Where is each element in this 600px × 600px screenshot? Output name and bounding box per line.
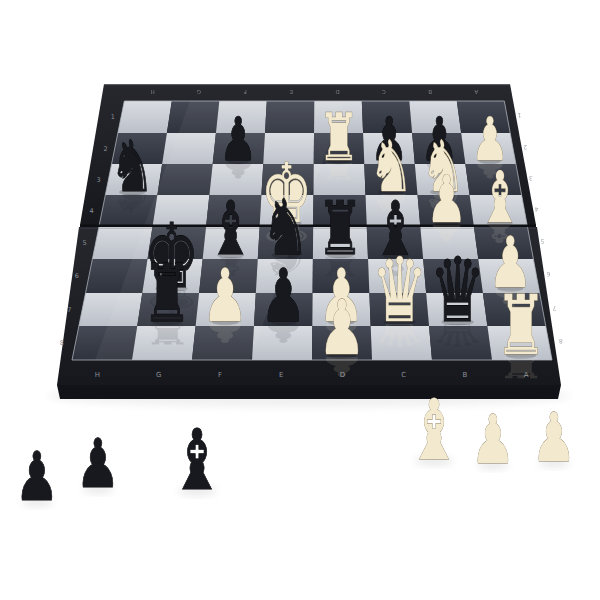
svg-text:♟: ♟ [532, 398, 577, 476]
file-label-near-E: E [279, 371, 283, 379]
rank-label-left-4: 4 [90, 207, 94, 215]
svg-text:♞: ♞ [110, 125, 155, 207]
black-pawn-f2: ♟♟ [219, 104, 257, 182]
file-label-far-E: E [289, 89, 293, 95]
svg-text:♟: ♟ [76, 424, 121, 502]
file-label-far-B: B [428, 89, 432, 95]
file-label-far-D: D [335, 89, 339, 95]
white-pawn-b4: ♟♟ [426, 161, 467, 246]
svg-text:♝: ♝ [169, 412, 225, 509]
board-front-edge [57, 385, 561, 399]
file-label-near-C: C [401, 371, 406, 379]
black-queen-b7: ♛♛ [429, 238, 485, 352]
svg-text:♟: ♟ [426, 161, 467, 236]
off-board-white-pawn: ♟ [471, 400, 516, 478]
white-pawn-f7: ♟♟ [202, 252, 248, 347]
white-queen-c7: ♛♛ [371, 238, 427, 352]
file-label-far-A: A [474, 89, 478, 95]
rank-label-right-4: 4 [534, 206, 538, 213]
rank-label-right-8: 8 [559, 338, 563, 345]
rank-label-right-3: 3 [529, 175, 533, 182]
file-label-far-H: H [151, 89, 155, 95]
svg-text:♜: ♜ [142, 246, 192, 339]
rank-label-right-5: 5 [540, 238, 544, 245]
rank-label-right-1: 1 [517, 112, 521, 119]
off-board-black-pawn: ♟ [15, 437, 60, 515]
svg-text:♟: ♟ [260, 252, 306, 338]
svg-text:♟: ♟ [15, 437, 60, 515]
file-label-near-F: F [218, 371, 222, 379]
rank-label-left-8: 8 [60, 339, 64, 347]
file-label-far-F: F [244, 89, 247, 95]
file-label-far-C: C [382, 89, 386, 95]
svg-text:♟: ♟ [318, 283, 366, 371]
svg-text:♟: ♟ [219, 104, 257, 173]
off-board-black-bishop: ♝ [169, 412, 225, 509]
rank-label-left-1: 1 [111, 113, 115, 121]
product-photo-chess-set: HGFEDCBA12345678HGFEDCBA12345678♟♟♟♟♟♟♜♜… [0, 0, 600, 600]
off-board-white-pawn: ♟ [532, 398, 577, 476]
svg-text:♜: ♜ [495, 278, 547, 374]
rank-label-right-2: 2 [523, 144, 527, 151]
rank-label-left-5: 5 [82, 239, 86, 247]
rank-label-left-6: 6 [75, 272, 79, 280]
svg-text:♜: ♜ [318, 99, 359, 174]
file-label-near-H: H [95, 371, 100, 379]
off-board-white-bishop: ♝ [406, 382, 462, 479]
white-pawn-d8: ♟♟ [318, 283, 366, 381]
off-board-black-pawn: ♟ [76, 424, 121, 502]
file-label-far-G: G [197, 89, 201, 95]
chess-board: HGFEDCBA12345678HGFEDCBA12345678♟♟♟♟♟♟♜♜… [0, 0, 600, 600]
rank-label-right-7: 7 [553, 305, 557, 312]
black-pawn-e7: ♟♟ [260, 252, 306, 347]
rank-label-left-2: 2 [104, 145, 108, 153]
file-label-near-G: G [156, 371, 161, 379]
svg-text:♝: ♝ [406, 382, 462, 479]
svg-text:♛: ♛ [429, 238, 485, 341]
file-label-near-B: B [462, 371, 467, 379]
black-rook-g7: ♜♜ [142, 246, 192, 349]
svg-text:♛: ♛ [371, 238, 427, 341]
rank-label-left-3: 3 [97, 176, 101, 184]
svg-text:♟: ♟ [202, 252, 248, 338]
white-rook-d2: ♜♜ [318, 99, 359, 184]
svg-text:♟: ♟ [471, 400, 516, 478]
rank-label-left-7: 7 [67, 306, 71, 314]
black-knight-h3: ♞♞ [110, 125, 155, 217]
white-rook-a8: ♜♜ [495, 278, 547, 385]
